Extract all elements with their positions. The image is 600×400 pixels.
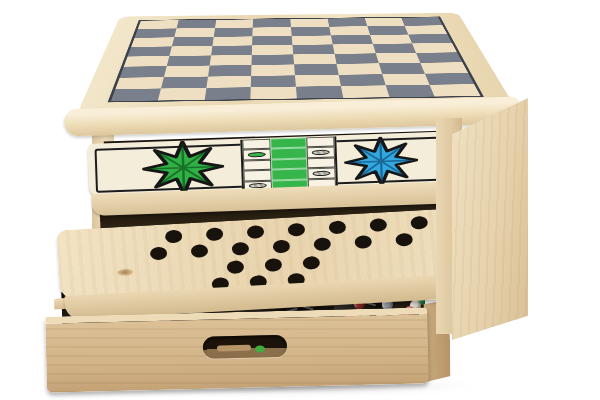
chess-square-b4 — [167, 55, 211, 66]
chess-square-f4 — [334, 53, 378, 64]
chess-square-a4 — [124, 56, 169, 67]
peg-hole — [191, 244, 209, 258]
chess-square-f6 — [331, 35, 373, 45]
ludo-green-star — [141, 139, 225, 196]
ludo-track — [240, 136, 338, 191]
chess-square-h2 — [425, 73, 474, 85]
peg-hole — [150, 246, 168, 260]
chess-square-f1 — [341, 85, 389, 98]
chess-square-a5 — [128, 46, 172, 56]
drawer-handle-cutout — [203, 335, 288, 359]
chess-square-c5 — [211, 45, 253, 55]
chess-square-g3 — [378, 63, 425, 74]
chess-square-g4 — [375, 53, 420, 64]
peg-hole — [410, 216, 428, 230]
peg-hole — [165, 230, 183, 244]
chess-square-d6 — [252, 36, 292, 46]
peg-hole — [329, 220, 347, 234]
ludo-gray-circle — [312, 150, 330, 156]
chess-square-c6 — [212, 36, 253, 46]
ludo-gray-circle — [312, 170, 330, 176]
chess-square-b3 — [164, 66, 209, 77]
chess-square-e4 — [293, 54, 336, 65]
chess-square-c2 — [206, 76, 251, 88]
cabinet-right-side-panel — [452, 98, 528, 340]
chessboard-grid — [111, 17, 481, 101]
chess-square-h1 — [430, 84, 481, 96]
chess-square-a2 — [115, 77, 163, 89]
peg-hole — [354, 235, 372, 249]
wood-dowel — [217, 345, 251, 352]
peg-hole — [313, 237, 331, 251]
peg-hole — [369, 218, 387, 232]
chess-square-d1 — [251, 87, 297, 100]
chess-square-f2 — [338, 74, 385, 86]
chess-square-h4 — [416, 52, 462, 63]
chess-square-b5 — [169, 46, 212, 56]
peg-hole — [265, 258, 283, 272]
chess-square-c3 — [208, 65, 252, 76]
peg-hole — [288, 223, 306, 237]
chess-square-g5 — [372, 43, 416, 53]
peg-hole — [273, 240, 291, 254]
chess-square-b1 — [158, 88, 206, 101]
peg-hole — [247, 225, 265, 239]
chess-square-a1 — [111, 88, 161, 101]
chess-square-g2 — [382, 73, 430, 85]
peg-hole — [206, 227, 224, 241]
drawer-front — [45, 307, 429, 392]
chess-square-d3 — [251, 65, 295, 76]
chess-square-d2 — [251, 75, 296, 87]
ludo-blue-star — [343, 136, 419, 188]
chess-square-d5 — [252, 45, 293, 55]
chess-square-f3 — [336, 63, 381, 74]
photo-wooden-game-box — [0, 0, 600, 400]
chess-square-a3 — [120, 66, 167, 77]
chess-square-h6 — [408, 34, 452, 43]
chess-square-e2 — [295, 75, 341, 87]
chess-square-h3 — [420, 62, 468, 73]
wood-knot — [117, 268, 133, 276]
peg-hole — [302, 256, 320, 270]
green-game-piece — [255, 345, 265, 352]
chess-square-d4 — [252, 54, 294, 65]
chessboard-frame — [108, 16, 484, 102]
chess-square-f5 — [332, 44, 375, 54]
peg-hole — [227, 260, 245, 274]
chess-square-g1 — [385, 85, 435, 98]
chess-square-e3 — [294, 64, 338, 75]
chess-square-c1 — [204, 87, 251, 100]
chess-square-h5 — [412, 43, 457, 53]
ludo-green-circle — [248, 152, 266, 158]
chess-square-g6 — [370, 34, 413, 43]
ludo-tray — [87, 131, 461, 220]
chess-square-c4 — [209, 55, 252, 66]
chess-square-e6 — [292, 35, 333, 45]
chess-square-b2 — [161, 76, 208, 88]
peg-hole — [232, 242, 250, 256]
chess-square-e5 — [292, 44, 334, 54]
chess-square-e1 — [296, 86, 343, 99]
peg-hole — [395, 233, 413, 247]
